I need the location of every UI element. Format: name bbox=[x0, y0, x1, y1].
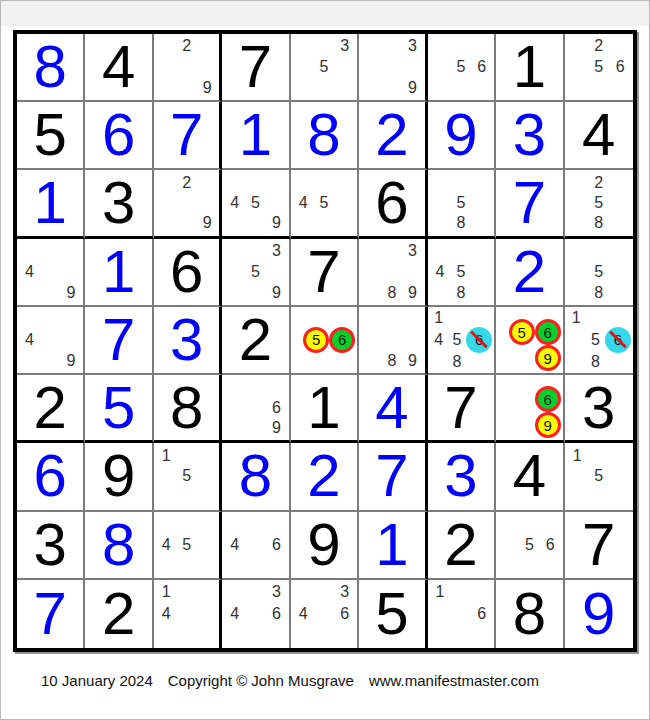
cell-r2c3[interactable]: 7 bbox=[154, 102, 222, 170]
solved-digit: 9 bbox=[582, 584, 615, 644]
cell-r8c5[interactable]: 9 bbox=[291, 512, 359, 580]
pencil-8: 8 bbox=[382, 350, 402, 371]
eliminated-candidate-mark: 6 bbox=[605, 327, 631, 353]
pencil-5: 5 bbox=[450, 261, 471, 282]
pencil-marks: 46 bbox=[224, 514, 286, 576]
cell-r5c4[interactable]: 2 bbox=[222, 307, 290, 375]
given-digit: 4 bbox=[102, 37, 135, 97]
pencil-marks: 56 bbox=[293, 309, 355, 371]
cell-r3c3[interactable]: 29 bbox=[154, 170, 222, 238]
pencil-9: 9 bbox=[535, 345, 561, 371]
pencil-3: 3 bbox=[402, 241, 422, 262]
given-digit: 4 bbox=[513, 446, 546, 506]
cell-r7c5[interactable]: 2 bbox=[291, 443, 359, 511]
cell-r4c3[interactable]: 6 bbox=[154, 239, 222, 307]
solved-digit: 8 bbox=[239, 446, 272, 506]
cell-r6c2[interactable]: 5 bbox=[85, 375, 153, 443]
pencil-9: 9 bbox=[61, 282, 82, 303]
cell-r6c3[interactable]: 8 bbox=[154, 375, 222, 443]
cell-r2c5[interactable]: 8 bbox=[291, 102, 359, 170]
pencil-2: 2 bbox=[588, 172, 609, 192]
pencil-5: 5 bbox=[586, 327, 605, 353]
pencil-6: 6 bbox=[610, 57, 631, 78]
pencil-6: 6 bbox=[535, 386, 561, 412]
page-background: 8429735395612565671829341329459456587258… bbox=[0, 0, 650, 720]
pencil-1: 1 bbox=[430, 582, 451, 603]
solved-digit: 1 bbox=[239, 105, 272, 165]
pencil-marks: 45 bbox=[156, 514, 217, 576]
solved-digit: 8 bbox=[307, 105, 340, 165]
eliminated-candidate-mark: 6 bbox=[466, 327, 492, 353]
given-digit: 2 bbox=[34, 378, 67, 438]
cell-r2c7[interactable]: 9 bbox=[428, 102, 496, 170]
solved-digit: 9 bbox=[444, 105, 477, 165]
pencil-1: 1 bbox=[156, 582, 176, 603]
cell-r6c4[interactable]: 69 bbox=[222, 375, 290, 443]
pencil-5: 5 bbox=[314, 57, 335, 78]
solved-digit: 1 bbox=[102, 242, 135, 302]
cell-r2c9[interactable]: 4 bbox=[565, 102, 633, 170]
pencil-9: 9 bbox=[266, 418, 287, 438]
given-digit: 9 bbox=[102, 446, 135, 506]
cell-r9c2[interactable]: 2 bbox=[85, 580, 153, 648]
pencil-5: 5 bbox=[245, 193, 266, 213]
pencil-marks: 58 bbox=[430, 172, 492, 233]
pencil-marks: 1568 bbox=[567, 309, 631, 371]
sudoku-grid: 8429735395612565671829341329459456587258… bbox=[17, 34, 633, 648]
pencil-marks: 69 bbox=[224, 377, 286, 438]
cell-r8c9[interactable]: 7 bbox=[565, 512, 633, 580]
pencil-marks: 58 bbox=[567, 241, 631, 303]
cell-r9c9[interactable]: 9 bbox=[565, 580, 633, 648]
cell-r1c7[interactable]: 56 bbox=[428, 34, 496, 102]
pencil-8: 8 bbox=[448, 353, 466, 371]
cell-r2c6[interactable]: 2 bbox=[359, 102, 427, 170]
cell-r1c8[interactable]: 1 bbox=[496, 34, 564, 102]
pencil-marks: 56 bbox=[430, 36, 492, 98]
pencil-6: 6 bbox=[266, 603, 287, 624]
green-circle-mark: 6 bbox=[329, 327, 355, 353]
pencil-9: 9 bbox=[197, 213, 217, 233]
cell-r6c1[interactable]: 2 bbox=[17, 375, 85, 443]
pencil-marks: 14568 bbox=[430, 309, 492, 371]
pencil-1: 1 bbox=[156, 445, 176, 466]
pencil-4: 4 bbox=[293, 193, 314, 213]
pencil-1: 1 bbox=[567, 445, 588, 466]
pencil-5: 5 bbox=[176, 466, 196, 487]
pencil-marks: 69 bbox=[498, 377, 560, 438]
cell-r1c9[interactable]: 256 bbox=[565, 34, 633, 102]
solved-digit: 3 bbox=[513, 105, 546, 165]
pencil-6: 6 bbox=[535, 319, 561, 345]
pencil-5: 5 bbox=[303, 327, 329, 353]
pencil-4: 4 bbox=[430, 261, 451, 282]
cell-r5c1[interactable]: 49 bbox=[17, 307, 85, 375]
pencil-marks: 458 bbox=[430, 241, 492, 303]
pencil-8: 8 bbox=[586, 353, 605, 371]
pencil-5: 5 bbox=[509, 319, 535, 345]
solved-digit: 2 bbox=[375, 105, 408, 165]
pencil-5: 5 bbox=[314, 193, 335, 213]
cell-r5c2[interactable]: 7 bbox=[85, 307, 153, 375]
cell-r9c6[interactable]: 5 bbox=[359, 580, 427, 648]
pencil-marks: 49 bbox=[19, 309, 81, 371]
cell-r1c5[interactable]: 35 bbox=[291, 34, 359, 102]
pencil-marks: 29 bbox=[156, 172, 217, 233]
pencil-5: 5 bbox=[519, 534, 540, 555]
yellow-circle-mark: 5 bbox=[303, 327, 329, 353]
solved-digit: 2 bbox=[307, 446, 340, 506]
pencil-9: 9 bbox=[266, 282, 287, 303]
cell-r9c5[interactable]: 346 bbox=[291, 580, 359, 648]
solved-digit: 6 bbox=[34, 446, 67, 506]
solved-digit: 8 bbox=[102, 515, 135, 575]
pencil-marks: 29 bbox=[156, 36, 217, 98]
pencil-4: 4 bbox=[430, 327, 448, 353]
given-digit: 7 bbox=[582, 515, 615, 575]
pencil-marks: 258 bbox=[567, 172, 631, 233]
cell-r5c7[interactable]: 14568 bbox=[428, 307, 496, 375]
given-digit: 8 bbox=[513, 584, 546, 644]
solved-digit: 7 bbox=[170, 105, 203, 165]
solved-digit: 5 bbox=[102, 378, 135, 438]
pencil-5: 5 bbox=[450, 193, 471, 213]
pencil-1: 1 bbox=[567, 309, 586, 327]
given-digit: 5 bbox=[375, 584, 408, 644]
given-digit: 2 bbox=[239, 310, 272, 370]
pencil-marks: 346 bbox=[224, 582, 286, 646]
cell-r6c8[interactable]: 69 bbox=[496, 375, 564, 443]
pencil-marks: 45 bbox=[293, 172, 355, 233]
given-digit: 8 bbox=[170, 378, 203, 438]
pencil-8: 8 bbox=[382, 282, 402, 303]
pencil-marks: 14 bbox=[156, 582, 217, 646]
sudoku-board: 8429735395612565671829341329459456587258… bbox=[13, 30, 637, 652]
pencil-9: 9 bbox=[197, 77, 217, 98]
pencil-9: 9 bbox=[402, 282, 422, 303]
cell-r9c8[interactable]: 8 bbox=[496, 580, 564, 648]
pencil-3: 3 bbox=[334, 582, 355, 603]
cell-r3c8[interactable]: 7 bbox=[496, 170, 564, 238]
cell-r5c3[interactable]: 3 bbox=[154, 307, 222, 375]
pencil-4: 4 bbox=[224, 603, 245, 624]
pencil-3: 3 bbox=[266, 582, 287, 603]
pencil-1: 1 bbox=[430, 309, 448, 327]
cell-r5c8[interactable]: 569 bbox=[496, 307, 564, 375]
solved-digit: 2 bbox=[513, 242, 546, 302]
given-digit: 7 bbox=[444, 378, 477, 438]
cell-r4c2[interactable]: 1 bbox=[85, 239, 153, 307]
cell-r5c6[interactable]: 89 bbox=[359, 307, 427, 375]
pencil-2: 2 bbox=[176, 36, 196, 57]
cell-r3c2[interactable]: 3 bbox=[85, 170, 153, 238]
given-digit: 3 bbox=[34, 515, 67, 575]
pencil-5: 5 bbox=[588, 466, 609, 487]
cell-r2c8[interactable]: 3 bbox=[496, 102, 564, 170]
cell-r3c6[interactable]: 6 bbox=[359, 170, 427, 238]
solved-digit: 7 bbox=[375, 446, 408, 506]
cell-r6c9[interactable]: 3 bbox=[565, 375, 633, 443]
pencil-marks: 39 bbox=[361, 36, 422, 98]
cell-r7c8[interactable]: 4 bbox=[496, 443, 564, 511]
cell-r1c1[interactable]: 8 bbox=[17, 34, 85, 102]
cell-r1c2[interactable]: 4 bbox=[85, 34, 153, 102]
top-strip bbox=[1, 1, 649, 26]
solved-digit: 3 bbox=[170, 310, 203, 370]
pencil-marks: 569 bbox=[498, 309, 560, 371]
pencil-marks: 49 bbox=[19, 241, 81, 303]
pencil-6: 6 bbox=[471, 57, 492, 78]
cell-r8c4[interactable]: 46 bbox=[222, 512, 290, 580]
pencil-8: 8 bbox=[588, 213, 609, 233]
cell-r4c1[interactable]: 49 bbox=[17, 239, 85, 307]
pencil-3: 3 bbox=[334, 36, 355, 57]
pencil-5: 5 bbox=[450, 57, 471, 78]
pencil-2: 2 bbox=[588, 36, 609, 57]
given-digit: 3 bbox=[102, 173, 135, 233]
pencil-6: 6 bbox=[266, 534, 287, 555]
pencil-8: 8 bbox=[450, 282, 471, 303]
pencil-9: 9 bbox=[535, 412, 561, 438]
cell-r8c6[interactable]: 1 bbox=[359, 512, 427, 580]
cell-r4c9[interactable]: 58 bbox=[565, 239, 633, 307]
footer: 10 January 2024 Copyright © John Musgrav… bbox=[41, 672, 539, 689]
cell-r8c3[interactable]: 45 bbox=[154, 512, 222, 580]
yellow-circle-mark: 9 bbox=[535, 345, 561, 371]
solved-digit: 1 bbox=[375, 515, 408, 575]
green-circle-mark: 6 bbox=[535, 319, 561, 345]
pencil-6: 6 bbox=[471, 603, 492, 624]
cell-r3c7[interactable]: 58 bbox=[428, 170, 496, 238]
pencil-4: 4 bbox=[156, 534, 176, 555]
cell-r2c1[interactable]: 5 bbox=[17, 102, 85, 170]
cell-r9c1[interactable]: 7 bbox=[17, 580, 85, 648]
given-digit: 7 bbox=[307, 242, 340, 302]
cell-r7c2[interactable]: 9 bbox=[85, 443, 153, 511]
pencil-4: 4 bbox=[156, 603, 176, 624]
cell-r4c8[interactable]: 2 bbox=[496, 239, 564, 307]
cell-r7c7[interactable]: 3 bbox=[428, 443, 496, 511]
footer-copyright: Copyright © John Musgrave bbox=[168, 672, 354, 689]
cell-r8c8[interactable]: 56 bbox=[496, 512, 564, 580]
pencil-9: 9 bbox=[402, 350, 422, 371]
pencil-9: 9 bbox=[266, 213, 287, 233]
cell-r4c6[interactable]: 389 bbox=[359, 239, 427, 307]
given-digit: 2 bbox=[444, 515, 477, 575]
solved-digit: 4 bbox=[375, 378, 408, 438]
yellow-circle-mark: 5 bbox=[509, 319, 535, 345]
pencil-8: 8 bbox=[450, 213, 471, 233]
solved-digit: 3 bbox=[444, 446, 477, 506]
cell-r8c7[interactable]: 2 bbox=[428, 512, 496, 580]
cell-r6c5[interactable]: 1 bbox=[291, 375, 359, 443]
solved-digit: 6 bbox=[102, 105, 135, 165]
solved-digit: 8 bbox=[34, 37, 67, 97]
pencil-6: 6 bbox=[334, 603, 355, 624]
pencil-5: 5 bbox=[245, 261, 266, 282]
pencil-marks: 56 bbox=[498, 514, 560, 576]
pencil-marks: 15 bbox=[156, 445, 217, 507]
pencil-marks: 459 bbox=[224, 172, 286, 233]
pencil-marks: 389 bbox=[361, 241, 422, 303]
cell-r3c5[interactable]: 45 bbox=[291, 170, 359, 238]
pencil-marks: 359 bbox=[224, 241, 286, 303]
cell-r3c4[interactable]: 459 bbox=[222, 170, 290, 238]
yellow-circle-mark: 9 bbox=[535, 412, 561, 438]
green-circle-mark: 6 bbox=[535, 386, 561, 412]
pencil-marks: 256 bbox=[567, 36, 631, 98]
cell-r7c4[interactable]: 8 bbox=[222, 443, 290, 511]
pencil-5: 5 bbox=[588, 261, 609, 282]
cell-r4c5[interactable]: 7 bbox=[291, 239, 359, 307]
pencil-4: 4 bbox=[224, 534, 245, 555]
cell-r7c3[interactable]: 15 bbox=[154, 443, 222, 511]
pencil-marks: 35 bbox=[293, 36, 355, 98]
footer-website: www.manifestmaster.com bbox=[369, 672, 539, 689]
given-digit: 2 bbox=[102, 584, 135, 644]
solved-digit: 1 bbox=[34, 173, 67, 233]
solved-digit: 7 bbox=[102, 310, 135, 370]
pencil-3: 3 bbox=[266, 241, 287, 262]
pencil-marks: 346 bbox=[293, 582, 355, 646]
pencil-3: 3 bbox=[402, 36, 422, 57]
cell-r9c7[interactable]: 16 bbox=[428, 580, 496, 648]
pencil-4: 4 bbox=[293, 603, 314, 624]
pencil-6: 6 bbox=[329, 327, 355, 353]
pencil-6: 6 bbox=[466, 327, 492, 353]
pencil-2: 2 bbox=[176, 172, 196, 192]
cell-r9c4[interactable]: 346 bbox=[222, 580, 290, 648]
pencil-5: 5 bbox=[448, 327, 466, 353]
cell-r7c9[interactable]: 15 bbox=[565, 443, 633, 511]
cell-r5c5[interactable]: 56 bbox=[291, 307, 359, 375]
pencil-4: 4 bbox=[19, 261, 40, 282]
pencil-8: 8 bbox=[588, 282, 609, 303]
cell-r1c6[interactable]: 39 bbox=[359, 34, 427, 102]
pencil-6: 6 bbox=[266, 398, 287, 418]
pencil-4: 4 bbox=[224, 193, 245, 213]
pencil-6: 6 bbox=[540, 534, 561, 555]
pencil-9: 9 bbox=[61, 350, 82, 371]
cell-r8c1[interactable]: 3 bbox=[17, 512, 85, 580]
cell-r8c2[interactable]: 8 bbox=[85, 512, 153, 580]
cell-r1c4[interactable]: 7 bbox=[222, 34, 290, 102]
given-digit: 1 bbox=[307, 378, 340, 438]
pencil-marks: 15 bbox=[567, 445, 631, 507]
given-digit: 7 bbox=[239, 37, 272, 97]
cell-r6c7[interactable]: 7 bbox=[428, 375, 496, 443]
cell-r7c1[interactable]: 6 bbox=[17, 443, 85, 511]
given-digit: 4 bbox=[582, 105, 615, 165]
pencil-9: 9 bbox=[402, 77, 422, 98]
cell-r7c6[interactable]: 7 bbox=[359, 443, 427, 511]
pencil-5: 5 bbox=[588, 193, 609, 213]
cell-r4c7[interactable]: 458 bbox=[428, 239, 496, 307]
cell-r2c2[interactable]: 6 bbox=[85, 102, 153, 170]
cell-r3c9[interactable]: 258 bbox=[565, 170, 633, 238]
given-digit: 3 bbox=[582, 378, 615, 438]
cell-r4c4[interactable]: 359 bbox=[222, 239, 290, 307]
cell-r2c4[interactable]: 1 bbox=[222, 102, 290, 170]
pencil-marks: 89 bbox=[361, 309, 422, 371]
cell-r3c1[interactable]: 1 bbox=[17, 170, 85, 238]
pencil-4: 4 bbox=[19, 330, 40, 351]
pencil-5: 5 bbox=[588, 57, 609, 78]
solved-digit: 7 bbox=[34, 584, 67, 644]
given-digit: 5 bbox=[34, 105, 67, 165]
cell-r1c3[interactable]: 29 bbox=[154, 34, 222, 102]
given-digit: 6 bbox=[375, 173, 408, 233]
cell-r5c9[interactable]: 1568 bbox=[565, 307, 633, 375]
cell-r9c3[interactable]: 14 bbox=[154, 580, 222, 648]
given-digit: 1 bbox=[513, 37, 546, 97]
pencil-5: 5 bbox=[176, 534, 196, 555]
solved-digit: 7 bbox=[513, 173, 546, 233]
pencil-marks: 16 bbox=[430, 582, 492, 646]
given-digit: 6 bbox=[170, 242, 203, 302]
cell-r6c6[interactable]: 4 bbox=[359, 375, 427, 443]
pencil-6: 6 bbox=[605, 327, 631, 353]
footer-date: 10 January 2024 bbox=[41, 672, 153, 689]
given-digit: 9 bbox=[307, 515, 340, 575]
